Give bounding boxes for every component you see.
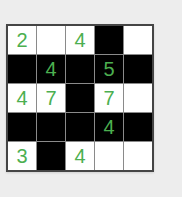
grid-cell-r3c1[interactable]: 4 bbox=[8, 84, 36, 112]
puzzle-board: 2445477434 bbox=[6, 24, 154, 172]
grid-cell-r5c1[interactable]: 3 bbox=[8, 142, 36, 170]
grid-cell-r4c2[interactable] bbox=[37, 113, 65, 141]
page-background: 2445477434 bbox=[0, 0, 182, 197]
grid-cell-r5c3[interactable]: 4 bbox=[66, 142, 94, 170]
grid-cell-r4c1[interactable] bbox=[8, 113, 36, 141]
grid-cell-r1c5[interactable] bbox=[124, 26, 152, 54]
grid-cell-r1c3[interactable]: 4 bbox=[66, 26, 94, 54]
grid-cell-r4c5[interactable] bbox=[124, 113, 152, 141]
grid-cell-r3c5[interactable] bbox=[124, 84, 152, 112]
grid-cell-r5c2[interactable] bbox=[37, 142, 65, 170]
grid-cell-r2c5[interactable] bbox=[124, 55, 152, 83]
grid-cell-r2c4[interactable]: 5 bbox=[95, 55, 123, 83]
grid-cell-r1c1[interactable]: 2 bbox=[8, 26, 36, 54]
grid-cell-r3c4[interactable]: 7 bbox=[95, 84, 123, 112]
grid-cell-r2c3[interactable] bbox=[66, 55, 94, 83]
grid-cell-r2c1[interactable] bbox=[8, 55, 36, 83]
grid-cell-r2c2[interactable]: 4 bbox=[37, 55, 65, 83]
grid-cell-r1c4[interactable] bbox=[95, 26, 123, 54]
grid-cell-r4c3[interactable] bbox=[66, 113, 94, 141]
grid-cell-r5c5[interactable] bbox=[124, 142, 152, 170]
grid-cell-r3c2[interactable]: 7 bbox=[37, 84, 65, 112]
grid-cell-r5c4[interactable] bbox=[95, 142, 123, 170]
grid-cell-r3c3[interactable] bbox=[66, 84, 94, 112]
grid-cell-r4c4[interactable]: 4 bbox=[95, 113, 123, 141]
grid-cell-r1c2[interactable] bbox=[37, 26, 65, 54]
